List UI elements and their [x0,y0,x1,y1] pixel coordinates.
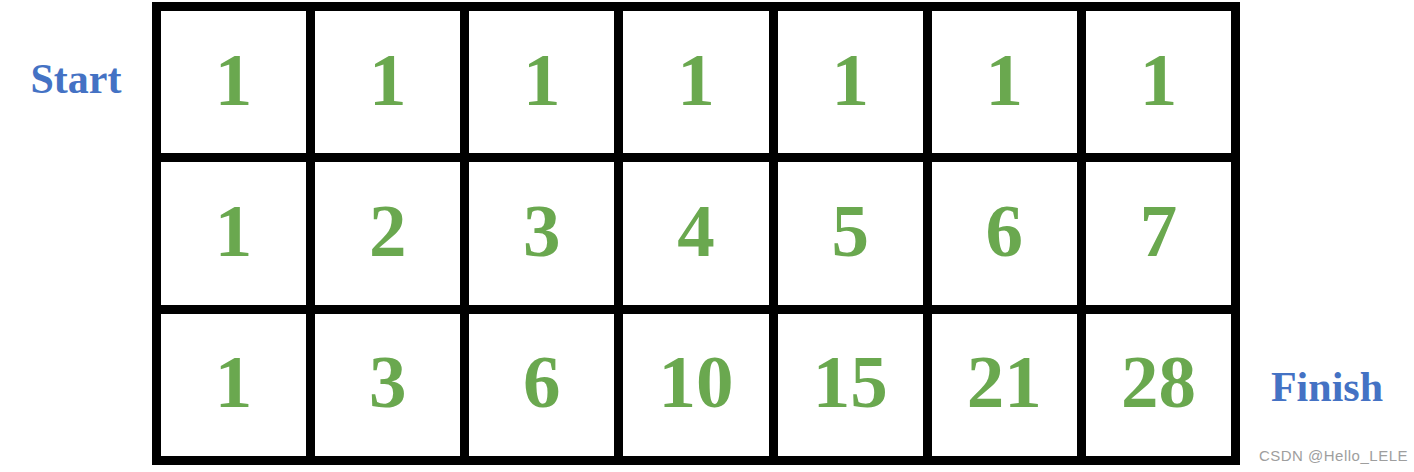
cell-r0-c2: 1 [469,11,614,153]
cell-r2-c3: 10 [623,314,768,456]
cell-r0-c5: 1 [932,11,1077,153]
cell-r1-c2: 3 [469,162,614,304]
cell-r0-c6: 1 [1086,11,1231,153]
cell-r1-c1: 2 [315,162,460,304]
cell-r1-c0: 1 [161,162,306,304]
cell-r0-c1: 1 [315,11,460,153]
cell-r0-c0: 1 [161,11,306,153]
cell-r0-c4: 1 [778,11,923,153]
watermark: CSDN @Hello_LELE [1259,447,1408,464]
cell-r2-c2: 6 [469,314,614,456]
cell-r2-c6: 28 [1086,314,1231,456]
cell-r2-c0: 1 [161,314,306,456]
cell-r2-c5: 21 [932,314,1077,456]
cell-r1-c5: 6 [932,162,1077,304]
cell-r1-c3: 4 [623,162,768,304]
cell-r1-c6: 7 [1086,162,1231,304]
start-label: Start [0,2,152,156]
cell-r2-c1: 3 [315,314,460,456]
finish-label: Finish [1240,310,1414,464]
cell-r2-c4: 15 [778,314,923,456]
cell-r0-c3: 1 [623,11,768,153]
cell-r1-c4: 5 [778,162,923,304]
dp-grid: 1 1 1 1 1 1 1 1 2 3 4 5 6 7 1 3 6 10 15 … [152,2,1240,465]
